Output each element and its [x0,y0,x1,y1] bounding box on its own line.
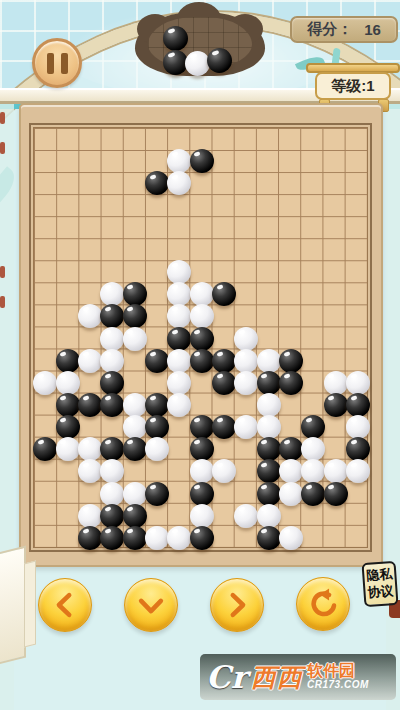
black-stone [123,526,147,550]
black-stone [346,437,370,461]
black-stone [257,459,281,483]
white-stone [167,282,191,306]
pause-button[interactable] [32,38,82,88]
white-stone [301,437,325,461]
black-stone [212,349,236,373]
right-pillar [386,104,400,710]
white-stone [257,393,281,417]
black-stone [257,437,281,461]
white-stone [167,371,191,395]
black-stone [56,415,80,439]
white-stone [145,437,169,461]
white-stone [100,349,124,373]
white-stone [123,327,147,351]
white-stone [123,482,147,506]
white-stone [167,393,191,417]
black-stone [324,482,348,506]
white-stone [78,437,102,461]
game-board [19,103,383,567]
drop-down-button[interactable] [124,578,178,632]
tray-black-stone [163,26,188,51]
black-stone [279,371,303,395]
undo-button[interactable] [296,577,350,631]
watermark-domain: CR173.COM [307,680,369,691]
white-stone [279,482,303,506]
black-stone [100,437,124,461]
white-stone [56,437,80,461]
white-stone [234,415,258,439]
white-stone [324,371,348,395]
chevron-right-icon [218,586,256,624]
black-stone [167,327,191,351]
white-stone [167,526,191,550]
pause-icon [35,41,79,85]
white-stone [145,526,169,550]
level-text: 等级:1 [315,72,391,100]
white-stone [301,459,325,483]
undo-arrow-icon [304,585,342,623]
black-stone [301,482,325,506]
tray-black-stone [207,48,232,73]
bowl-interior [148,17,252,67]
move-left-button[interactable] [38,578,92,632]
white-stone [167,260,191,284]
black-stone [145,415,169,439]
white-stone [190,459,214,483]
white-stone [346,415,370,439]
black-stone [212,282,236,306]
door-panel-decoration [24,561,36,648]
white-stone [324,459,348,483]
black-stone [100,393,124,417]
chevron-down-icon [132,586,170,624]
red-seal-decoration [0,296,5,308]
black-stone [123,504,147,528]
white-stone [212,459,236,483]
black-stone [100,371,124,395]
privacy-line1: 隐私 [365,566,394,585]
black-stone [100,304,124,328]
score-banner: 得分： 16 [290,16,398,43]
black-stone [257,482,281,506]
black-stone [78,393,102,417]
black-stone [123,304,147,328]
white-stone [346,459,370,483]
white-stone [167,149,191,173]
white-stone [234,371,258,395]
black-stone [190,327,214,351]
red-seal-decoration [0,112,5,124]
black-stone [324,393,348,417]
white-stone [279,526,303,550]
black-stone [190,415,214,439]
door-panel-decoration [0,546,26,667]
black-stone [212,415,236,439]
black-stone [257,371,281,395]
black-stone [100,526,124,550]
white-stone [78,304,102,328]
white-stone [257,504,281,528]
black-stone [123,437,147,461]
white-stone [279,459,303,483]
black-stone [123,282,147,306]
black-stone [346,393,370,417]
tray-white-stone [185,51,210,76]
watermark-logo: Cr [206,659,247,695]
white-stone [167,171,191,195]
black-stone [145,482,169,506]
black-stone [145,171,169,195]
white-stone [33,371,57,395]
white-stone [78,349,102,373]
white-stone [190,304,214,328]
black-stone [56,349,80,373]
privacy-line2: 协议 [366,583,395,602]
white-stone [234,349,258,373]
white-stone [257,415,281,439]
black-stone [78,526,102,550]
white-stone [234,327,258,351]
white-stone [100,282,124,306]
black-stone [190,437,214,461]
white-stone [123,415,147,439]
black-stone [279,437,303,461]
next-stones-bowl [135,4,265,78]
score-value: 16 [364,21,381,38]
black-stone [145,393,169,417]
black-stone [301,415,325,439]
white-stone [346,371,370,395]
black-stone [257,526,281,550]
white-stone [190,504,214,528]
black-stone [33,437,57,461]
white-stone [100,482,124,506]
black-stone [279,349,303,373]
white-stone [167,304,191,328]
move-right-button[interactable] [210,578,264,632]
black-stone [190,349,214,373]
white-stone [56,371,80,395]
black-stone [190,526,214,550]
watermark-brand: 西西 [251,661,303,694]
black-stone [190,482,214,506]
black-stone [56,393,80,417]
chevron-left-icon [46,586,84,624]
watermark-suffix: 软件园 [307,663,369,680]
black-stone [212,371,236,395]
black-stone [145,349,169,373]
black-stone [100,504,124,528]
game-screen: 得分： 16 等级:1 隐私 协议 [0,0,400,710]
white-stone [78,459,102,483]
red-seal-decoration [0,142,5,154]
red-seal-decoration [0,266,5,278]
score-label: 得分： [307,20,352,39]
watermark-badge: Cr 西西 软件园 CR173.COM [200,654,396,700]
white-stone [234,504,258,528]
black-stone [190,149,214,173]
privacy-policy-button[interactable]: 隐私 协议 [362,561,399,607]
white-stone [190,282,214,306]
white-stone [123,393,147,417]
white-stone [257,349,281,373]
tray-black-stone [163,50,188,75]
white-stone [167,349,191,373]
board-play-area[interactable] [33,127,368,548]
white-stone [100,327,124,351]
white-stone [100,459,124,483]
white-stone [78,504,102,528]
